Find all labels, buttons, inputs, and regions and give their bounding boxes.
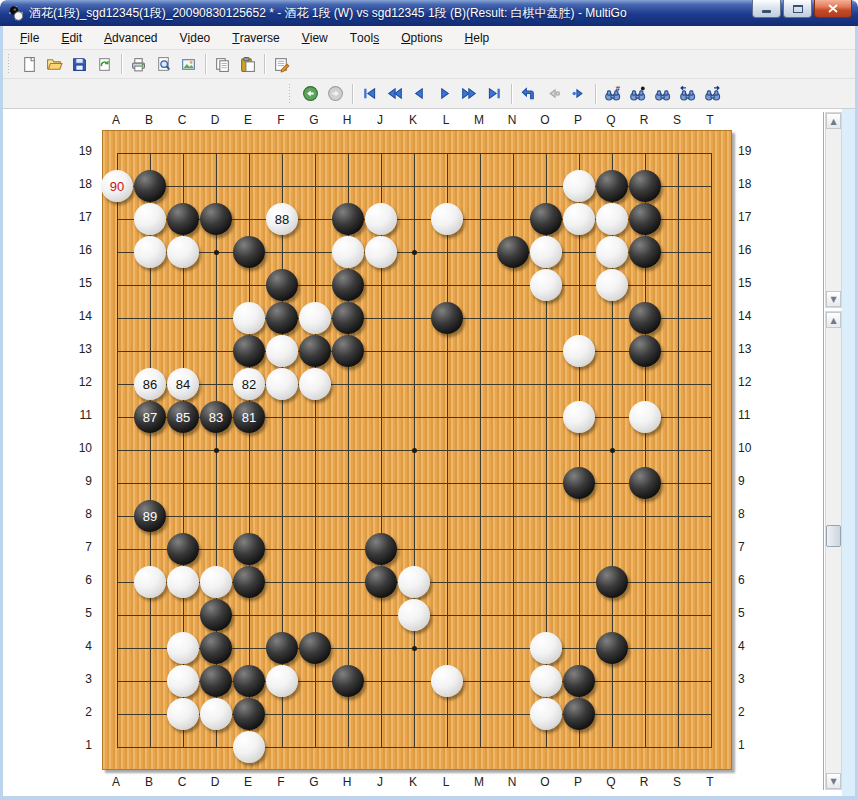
rewind-icon <box>386 85 403 102</box>
first-button[interactable] <box>357 82 382 106</box>
coord-left-3: 3 <box>62 672 92 686</box>
white-stone-O16[interactable] <box>530 236 562 268</box>
white-stone-C12[interactable]: 84 <box>167 368 199 400</box>
black-stone-J6[interactable] <box>365 566 397 598</box>
coord-right-4: 4 <box>738 639 768 653</box>
black-stone-B18[interactable] <box>134 170 166 202</box>
window-title: 酒花(1段)_sgd12345(1段)_20090830125652 * - 酒… <box>29 5 627 22</box>
coord-bottom-E: E <box>232 775 264 789</box>
white-stone-C2[interactable] <box>167 698 199 730</box>
coord-right-15: 15 <box>738 276 768 290</box>
coord-left-16: 16 <box>62 243 92 257</box>
close-icon <box>828 4 838 13</box>
coord-bottom-S: S <box>661 775 693 789</box>
black-stone-G4[interactable] <box>299 632 331 664</box>
menu-help[interactable]: Help <box>454 26 501 49</box>
menu-advanced[interactable]: Advanced <box>93 26 168 49</box>
prev-variation-button[interactable] <box>541 82 566 106</box>
coord-left-9: 9 <box>62 474 92 488</box>
black-stone-N16[interactable] <box>497 236 529 268</box>
black-stone-R17[interactable] <box>629 203 661 235</box>
coord-bottom-Q: Q <box>595 775 627 789</box>
coord-top-H: H <box>331 113 363 127</box>
coord-right-5: 5 <box>738 606 768 620</box>
previous-button[interactable] <box>407 82 432 106</box>
black-stone-G13[interactable] <box>299 335 331 367</box>
coord-right-9: 9 <box>738 474 768 488</box>
goto-move-number-button[interactable]: # <box>600 82 625 106</box>
print-preview-icon <box>155 56 172 73</box>
coord-top-K: K <box>397 113 429 127</box>
black-stone-R13[interactable] <box>629 335 661 367</box>
coord-left-18: 18 <box>62 177 92 191</box>
white-stone-P18[interactable] <box>563 170 595 202</box>
next-button[interactable] <box>432 82 457 106</box>
coord-bottom-B: B <box>133 775 165 789</box>
black-stone-P9[interactable] <box>563 467 595 499</box>
star-point-K4 <box>412 646 417 651</box>
menu-tools[interactable]: Tools <box>339 26 390 49</box>
black-stone-R9[interactable] <box>629 467 661 499</box>
last-button[interactable] <box>482 82 507 106</box>
up-icon <box>520 85 537 102</box>
coord-top-O: O <box>529 113 561 127</box>
coord-top-L: L <box>430 113 462 127</box>
black-stone-L14[interactable] <box>431 302 463 334</box>
white-stone-Q15[interactable] <box>596 269 628 301</box>
black-stone-C7[interactable] <box>167 533 199 565</box>
white-stone-K6[interactable] <box>398 566 430 598</box>
coord-left-17: 17 <box>62 210 92 224</box>
coord-right-12: 12 <box>738 375 768 389</box>
black-stone-H14[interactable] <box>332 302 364 334</box>
coord-bottom-L: L <box>430 775 462 789</box>
client-area: FileEditAdvancedVideoTraverseViewToolsOp… <box>3 26 855 796</box>
star-point-K16 <box>412 250 417 255</box>
toolbar-grip[interactable] <box>289 84 294 104</box>
black-stone-R14[interactable] <box>629 302 661 334</box>
reload-button[interactable] <box>92 52 117 76</box>
multigo-app-icon[interactable] <box>8 5 24 21</box>
toolbar-separator <box>511 84 512 104</box>
white-stone-Q16[interactable] <box>596 236 628 268</box>
coord-right-18: 18 <box>738 177 768 191</box>
black-stone-H17[interactable] <box>332 203 364 235</box>
save-button[interactable] <box>67 52 92 76</box>
scroll-up-button[interactable]: ▲ <box>826 312 841 328</box>
coord-right-2: 2 <box>738 705 768 719</box>
coord-bottom-T: T <box>694 775 726 789</box>
white-stone-K5[interactable] <box>398 599 430 631</box>
toolbar-separator <box>595 84 596 104</box>
file-toolbar <box>3 50 855 79</box>
coord-right-19: 19 <box>738 144 768 158</box>
coord-left-6: 6 <box>62 573 92 587</box>
black-stone-P2[interactable] <box>563 698 595 730</box>
coord-left-10: 10 <box>62 441 92 455</box>
coord-bottom-N: N <box>496 775 528 789</box>
coord-right-16: 16 <box>738 243 768 257</box>
print-icon <box>130 56 147 73</box>
open-button[interactable] <box>42 52 67 76</box>
forward-button[interactable] <box>323 82 348 106</box>
game-info-icon <box>273 56 290 73</box>
white-stone-A18[interactable]: 90 <box>101 170 133 202</box>
coord-right-3: 3 <box>738 672 768 686</box>
coord-right-13: 13 <box>738 342 768 356</box>
coord-right-7: 7 <box>738 540 768 554</box>
goto-move-number-icon: # <box>604 85 621 102</box>
coord-right-14: 14 <box>738 309 768 323</box>
coord-bottom-G: G <box>298 775 330 789</box>
black-stone-C11[interactable]: 85 <box>167 401 199 433</box>
find-previous-button[interactable] <box>675 82 700 106</box>
black-stone-F4[interactable] <box>266 632 298 664</box>
white-stone-P11[interactable] <box>563 401 595 433</box>
close-button[interactable] <box>814 0 852 18</box>
last-icon <box>486 85 503 102</box>
black-stone-H3[interactable] <box>332 665 364 697</box>
coord-left-4: 4 <box>62 639 92 653</box>
game-info-button[interactable] <box>269 52 294 76</box>
multigo-window: 酒花(1段)_sgd12345(1段)_20090830125652 * - 酒… <box>0 0 858 800</box>
black-stone-D5[interactable] <box>200 599 232 631</box>
navigation-toolbar: # <box>3 79 855 109</box>
coord-top-B: B <box>133 113 165 127</box>
coord-top-T: T <box>694 113 726 127</box>
goban-grid[interactable]: 90888684828785838189 <box>117 153 712 748</box>
find-next-icon <box>704 85 721 102</box>
black-stone-E11[interactable]: 81 <box>233 401 265 433</box>
board-panel: 90888684828785838189 ▲ ▼ ▲ ▼ AABBCCDDEEF… <box>3 109 855 796</box>
print-button[interactable] <box>126 52 151 76</box>
comment-scrollbar[interactable]: ▲ ▼ <box>825 311 842 790</box>
black-stone-B8[interactable]: 89 <box>134 500 166 532</box>
black-stone-J7[interactable] <box>365 533 397 565</box>
find-by-point-icon <box>629 85 646 102</box>
next-variation-button[interactable] <box>566 82 591 106</box>
coord-right-1: 1 <box>738 738 768 752</box>
coord-left-7: 7 <box>62 540 92 554</box>
menu-video[interactable]: Video <box>169 26 222 49</box>
svg-text:#: # <box>616 85 621 93</box>
coord-top-Q: Q <box>595 113 627 127</box>
black-stone-B11[interactable]: 87 <box>134 401 166 433</box>
white-stone-P13[interactable] <box>563 335 595 367</box>
black-stone-D17[interactable] <box>200 203 232 235</box>
white-stone-G12[interactable] <box>299 368 331 400</box>
fast-forward-icon <box>461 85 478 102</box>
black-stone-H13[interactable] <box>332 335 364 367</box>
scroll-up-button[interactable]: ▲ <box>826 113 841 129</box>
white-stone-C16[interactable] <box>167 236 199 268</box>
white-stone-O4[interactable] <box>530 632 562 664</box>
coord-top-D: D <box>199 113 231 127</box>
black-stone-E13[interactable] <box>233 335 265 367</box>
star-point-D16 <box>214 250 219 255</box>
export-image-icon <box>180 56 197 73</box>
maximize-button[interactable] <box>783 0 812 18</box>
black-stone-Q6[interactable] <box>596 566 628 598</box>
white-stone-B17[interactable] <box>134 203 166 235</box>
black-stone-D11[interactable]: 83 <box>200 401 232 433</box>
black-stone-D4[interactable] <box>200 632 232 664</box>
find-button[interactable] <box>650 82 675 106</box>
tree-scrollbar[interactable]: ▲ ▼ <box>825 112 842 308</box>
white-stone-J16[interactable] <box>365 236 397 268</box>
coord-top-M: M <box>463 113 495 127</box>
star-point-K10 <box>412 448 417 453</box>
coord-bottom-H: H <box>331 775 363 789</box>
toolbar-separator <box>121 54 122 74</box>
toolbar-grip[interactable] <box>8 54 13 74</box>
coord-bottom-D: D <box>199 775 231 789</box>
white-stone-E14[interactable] <box>233 302 265 334</box>
paste-button[interactable] <box>235 52 260 76</box>
side-panel-sliver <box>842 109 855 796</box>
white-stone-F13[interactable] <box>266 335 298 367</box>
black-stone-P3[interactable] <box>563 665 595 697</box>
coord-bottom-O: O <box>529 775 561 789</box>
coord-right-17: 17 <box>738 210 768 224</box>
coord-top-J: J <box>364 113 396 127</box>
coord-top-R: R <box>628 113 660 127</box>
coord-bottom-R: R <box>628 775 660 789</box>
white-stone-F12[interactable] <box>266 368 298 400</box>
white-stone-B12[interactable]: 86 <box>134 368 166 400</box>
export-image-button[interactable] <box>176 52 201 76</box>
paste-icon <box>239 56 256 73</box>
black-stone-D3[interactable] <box>200 665 232 697</box>
find-previous-icon <box>679 85 696 102</box>
forward-icon <box>327 85 344 102</box>
coord-bottom-K: K <box>397 775 429 789</box>
white-stone-R11[interactable] <box>629 401 661 433</box>
black-stone-H15[interactable] <box>332 269 364 301</box>
coord-right-11: 11 <box>738 408 768 422</box>
print-preview-button[interactable] <box>151 52 176 76</box>
black-stone-E16[interactable] <box>233 236 265 268</box>
white-stone-F17[interactable]: 88 <box>266 203 298 235</box>
white-stone-H16[interactable] <box>332 236 364 268</box>
white-stone-C6[interactable] <box>167 566 199 598</box>
find-next-button[interactable] <box>700 82 725 106</box>
coord-top-E: E <box>232 113 264 127</box>
fast-forward-button[interactable] <box>457 82 482 106</box>
scroll-down-button[interactable]: ▼ <box>826 291 841 307</box>
coord-right-6: 6 <box>738 573 768 587</box>
panel-splitter[interactable] <box>823 112 824 790</box>
white-stone-F3[interactable] <box>266 665 298 697</box>
menu-traverse[interactable]: Traverse <box>221 26 290 49</box>
copy-button[interactable] <box>210 52 235 76</box>
reload-icon <box>96 56 113 73</box>
toolbar-separator <box>205 54 206 74</box>
next-variation-icon <box>570 85 587 102</box>
find-by-point-button[interactable] <box>625 82 650 106</box>
minimize-button[interactable] <box>752 0 781 18</box>
menu-bar: FileEditAdvancedVideoTraverseViewToolsOp… <box>3 26 855 50</box>
white-stone-G14[interactable] <box>299 302 331 334</box>
white-stone-J17[interactable] <box>365 203 397 235</box>
coord-left-8: 8 <box>62 507 92 521</box>
white-stone-E1[interactable] <box>233 731 265 763</box>
coord-left-1: 1 <box>62 738 92 752</box>
white-stone-D2[interactable] <box>200 698 232 730</box>
black-stone-E7[interactable] <box>233 533 265 565</box>
star-point-Q10 <box>610 448 615 453</box>
up-button[interactable] <box>516 82 541 106</box>
title-bar: 酒花(1段)_sgd12345(1段)_20090830125652 * - 酒… <box>0 0 858 26</box>
coord-bottom-P: P <box>562 775 594 789</box>
white-stone-L3[interactable] <box>431 665 463 697</box>
coord-left-13: 13 <box>62 342 92 356</box>
coord-bottom-A: A <box>100 775 132 789</box>
save-icon <box>71 56 88 73</box>
black-stone-C17[interactable] <box>167 203 199 235</box>
coord-bottom-M: M <box>463 775 495 789</box>
menu-view[interactable]: View <box>291 26 339 49</box>
next-icon <box>436 85 453 102</box>
coord-top-F: F <box>265 113 297 127</box>
coord-top-G: G <box>298 113 330 127</box>
black-stone-O17[interactable] <box>530 203 562 235</box>
white-stone-C3[interactable] <box>167 665 199 697</box>
black-stone-E6[interactable] <box>233 566 265 598</box>
find-icon <box>654 85 671 102</box>
coord-top-N: N <box>496 113 528 127</box>
black-stone-Q18[interactable] <box>596 170 628 202</box>
goban[interactable]: 90888684828785838189 <box>102 130 732 770</box>
first-icon <box>361 85 378 102</box>
coord-left-11: 11 <box>62 408 92 422</box>
coord-left-19: 19 <box>62 144 92 158</box>
new-button[interactable] <box>17 52 42 76</box>
coord-bottom-F: F <box>265 775 297 789</box>
coord-top-S: S <box>661 113 693 127</box>
coord-left-14: 14 <box>62 309 92 323</box>
white-stone-B6[interactable] <box>134 566 166 598</box>
menu-file[interactable]: File <box>9 26 50 49</box>
prev-variation-icon <box>545 85 562 102</box>
toolbar-separator <box>264 54 265 74</box>
scrollbar-thumb[interactable] <box>826 525 841 547</box>
coord-right-8: 8 <box>738 507 768 521</box>
black-stone-R18[interactable] <box>629 170 661 202</box>
back-button[interactable] <box>298 82 323 106</box>
coord-top-P: P <box>562 113 594 127</box>
white-stone-O2[interactable] <box>530 698 562 730</box>
white-stone-O15[interactable] <box>530 269 562 301</box>
coord-top-A: A <box>100 113 132 127</box>
rewind-button[interactable] <box>382 82 407 106</box>
menu-options[interactable]: Options <box>390 26 453 49</box>
white-stone-Q17[interactable] <box>596 203 628 235</box>
black-stone-R16[interactable] <box>629 236 661 268</box>
black-stone-Q4[interactable] <box>596 632 628 664</box>
coord-bottom-C: C <box>166 775 198 789</box>
coord-left-15: 15 <box>62 276 92 290</box>
white-stone-P17[interactable] <box>563 203 595 235</box>
coord-left-12: 12 <box>62 375 92 389</box>
coord-top-C: C <box>166 113 198 127</box>
coord-right-10: 10 <box>738 441 768 455</box>
black-stone-E2[interactable] <box>233 698 265 730</box>
back-icon <box>302 85 319 102</box>
toolbar-separator <box>352 84 353 104</box>
white-stone-D6[interactable] <box>200 566 232 598</box>
star-point-D10 <box>214 448 219 453</box>
open-icon <box>46 56 63 73</box>
white-stone-C4[interactable] <box>167 632 199 664</box>
coord-left-5: 5 <box>62 606 92 620</box>
black-stone-E3[interactable] <box>233 665 265 697</box>
white-stone-O3[interactable] <box>530 665 562 697</box>
coord-left-2: 2 <box>62 705 92 719</box>
new-icon <box>21 56 38 73</box>
coord-bottom-J: J <box>364 775 396 789</box>
copy-icon <box>214 56 231 73</box>
scroll-down-button[interactable]: ▼ <box>826 773 841 789</box>
previous-icon <box>411 85 428 102</box>
black-stone-F15[interactable] <box>266 269 298 301</box>
white-stone-B16[interactable] <box>134 236 166 268</box>
black-stone-F14[interactable] <box>266 302 298 334</box>
white-stone-E12[interactable]: 82 <box>233 368 265 400</box>
white-stone-L17[interactable] <box>431 203 463 235</box>
menu-edit[interactable]: Edit <box>50 26 93 49</box>
